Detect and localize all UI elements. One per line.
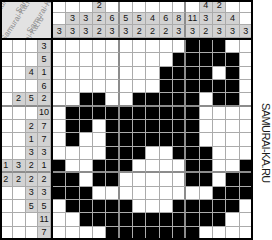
board-cell-empty[interactable] (160, 40, 173, 53)
board-cell-filled[interactable] (133, 93, 146, 106)
col-clue-cell: 2 (93, 0, 106, 13)
board-cell-filled[interactable] (106, 173, 119, 186)
board-cell-filled[interactable] (146, 107, 159, 120)
board-cell-filled[interactable] (66, 200, 79, 213)
board-cell-empty[interactable] (133, 80, 146, 93)
board-cell-empty[interactable] (240, 67, 253, 80)
board-cell-empty[interactable] (120, 187, 133, 200)
board-cell-empty[interactable] (66, 80, 79, 93)
col-clue-cell: 3 (66, 13, 79, 26)
board-cell-empty[interactable] (226, 40, 239, 53)
row-clue-cell (26, 53, 39, 66)
board-cell-filled[interactable] (226, 67, 239, 80)
board-cell-filled[interactable] (106, 213, 119, 226)
row-clue-cell: 1 (38, 67, 51, 80)
board-cell-empty[interactable] (213, 120, 226, 133)
board-cell-empty[interactable] (146, 147, 159, 160)
board-cell-filled[interactable] (186, 227, 199, 240)
row-clue-cell (13, 80, 26, 93)
board-cell-empty[interactable] (93, 80, 106, 93)
board-cell-empty[interactable] (146, 187, 159, 200)
board-cell-filled[interactable] (93, 213, 106, 226)
col-clue-cell (240, 0, 253, 13)
board-cell-empty[interactable] (133, 200, 146, 213)
board-cell-empty[interactable] (66, 160, 79, 173)
board-cell-filled[interactable] (200, 147, 213, 160)
board-cell-filled[interactable] (186, 147, 199, 160)
row-clue-cell: 11 (38, 213, 51, 226)
board-cell-empty[interactable] (80, 173, 93, 186)
board-cell-empty[interactable] (53, 67, 66, 80)
board-cell-filled[interactable] (213, 213, 226, 226)
board-cell-empty[interactable] (240, 213, 253, 226)
row-clue-cell (13, 120, 26, 133)
board-cell-filled[interactable] (213, 53, 226, 66)
col-clue-cell: 2 (213, 0, 226, 13)
board-cell-filled[interactable] (133, 107, 146, 120)
board-cell-empty[interactable] (66, 40, 79, 53)
board-cell-filled[interactable] (160, 80, 173, 93)
col-clue-cell: 2 (133, 25, 146, 38)
board-cell-empty[interactable] (200, 187, 213, 200)
col-clue-cell: 2 (93, 25, 106, 38)
row-clue-cell (0, 147, 13, 160)
board-cell-empty[interactable] (146, 53, 159, 66)
board-cell-empty[interactable] (146, 200, 159, 213)
board-cell-filled[interactable] (66, 120, 79, 133)
board-cell-filled[interactable] (226, 173, 239, 186)
board-cell-empty[interactable] (200, 120, 213, 133)
col-clue-cell (160, 0, 173, 13)
board-cell-empty[interactable] (146, 173, 159, 186)
board-cell-filled[interactable] (186, 160, 199, 173)
board-cell-empty[interactable] (93, 40, 106, 53)
board-cell-empty[interactable] (240, 147, 253, 160)
board-cell-filled[interactable] (106, 133, 119, 146)
board-cell-empty[interactable] (146, 40, 159, 53)
board-cell-empty[interactable] (173, 40, 186, 53)
board-cell-empty[interactable] (160, 200, 173, 213)
board-cell-filled[interactable] (106, 227, 119, 240)
board-cell-empty[interactable] (240, 80, 253, 93)
row-clue-cell: 2 (38, 173, 51, 186)
board-cell-filled[interactable] (53, 160, 66, 173)
board-cell-empty[interactable] (53, 53, 66, 66)
board-cell-filled[interactable] (200, 67, 213, 80)
board-cell-filled[interactable] (240, 173, 253, 186)
board-cell-empty[interactable] (213, 160, 226, 173)
board-cell-empty[interactable] (80, 53, 93, 66)
board-cell-empty[interactable] (133, 67, 146, 80)
board-cell-empty[interactable] (240, 93, 253, 106)
row-clue-cell: 5 (38, 53, 51, 66)
board-cell-filled[interactable] (186, 53, 199, 66)
board-cell-filled[interactable] (173, 80, 186, 93)
board-cell-empty[interactable] (80, 40, 93, 53)
board-cell-empty[interactable] (240, 200, 253, 213)
row-clue-cell: 3 (38, 40, 51, 53)
row-clue-cell: 2 (26, 173, 39, 186)
row-clues: 3541625210271733132122223355117 (0, 40, 53, 240)
board-cell-empty[interactable] (226, 120, 239, 133)
board-cell-filled[interactable] (160, 67, 173, 80)
board-cell-filled[interactable] (80, 107, 93, 120)
board-cell-empty[interactable] (226, 227, 239, 240)
board-cell-empty[interactable] (93, 67, 106, 80)
board-cell-filled[interactable] (80, 93, 93, 106)
board-cell-empty[interactable] (53, 80, 66, 93)
col-clue-cell (186, 0, 199, 13)
col-clue-cell: 3 (106, 25, 119, 38)
board-cell-empty[interactable] (226, 160, 239, 173)
board-cell-filled[interactable] (213, 80, 226, 93)
board-cell-empty[interactable] (213, 173, 226, 186)
board-cell-filled[interactable] (226, 200, 239, 213)
board-cell-empty[interactable] (106, 80, 119, 93)
board-cell-filled[interactable] (106, 120, 119, 133)
row-clue-cell: 7 (38, 120, 51, 133)
board-cell-empty[interactable] (226, 147, 239, 160)
board-cell-empty[interactable] (93, 227, 106, 240)
board-cell-empty[interactable] (173, 173, 186, 186)
board-cell-empty[interactable] (80, 147, 93, 160)
board-cell-empty[interactable] (53, 107, 66, 120)
row-clue-cell (0, 67, 13, 80)
board-cell-empty[interactable] (133, 40, 146, 53)
board-cell-empty[interactable] (53, 227, 66, 240)
board-cell-filled[interactable] (200, 173, 213, 186)
board-cell-empty[interactable] (133, 187, 146, 200)
board-cell-empty[interactable] (240, 227, 253, 240)
board-cell-empty[interactable] (93, 53, 106, 66)
board-cell-empty[interactable] (160, 173, 173, 186)
column-clues: 24233265546811324333233222332333 (53, 0, 253, 40)
board-cell-filled[interactable] (106, 107, 119, 120)
board-cell-empty[interactable] (120, 80, 133, 93)
row-clue-cell (13, 133, 26, 146)
board-cell-empty[interactable] (133, 173, 146, 186)
board-cell-empty[interactable] (80, 67, 93, 80)
board-cell-empty[interactable] (106, 67, 119, 80)
row-clue-cell: 3 (26, 187, 39, 200)
row-clue-cell (26, 40, 39, 53)
board-cell-filled[interactable] (226, 53, 239, 66)
board-cell-filled[interactable] (120, 147, 133, 160)
col-clue-cell: 3 (53, 25, 66, 38)
col-clue-cell (53, 13, 66, 26)
board-cell-filled[interactable] (93, 200, 106, 213)
row-clue-cell: 1 (26, 133, 39, 146)
board-cell-filled[interactable] (200, 80, 213, 93)
board-cell-empty[interactable] (240, 107, 253, 120)
board-cell-filled[interactable] (186, 40, 199, 53)
board-cell-filled[interactable] (160, 107, 173, 120)
board-cell-empty[interactable] (80, 80, 93, 93)
board-cell-empty[interactable] (173, 160, 186, 173)
board-cell-filled[interactable] (93, 160, 106, 173)
row-clue-cell: 2 (38, 93, 51, 106)
board-cell-empty[interactable] (66, 147, 79, 160)
col-clue-cell: 8 (173, 13, 186, 26)
board-cell-empty[interactable] (120, 93, 133, 106)
board-cell-filled[interactable] (200, 40, 213, 53)
board-cell-empty[interactable] (160, 147, 173, 160)
board-cell-filled[interactable] (66, 187, 79, 200)
board-cell-empty[interactable] (213, 147, 226, 160)
board-cell-filled[interactable] (160, 93, 173, 106)
board-cell-filled[interactable] (120, 120, 133, 133)
board-cell-filled[interactable] (200, 160, 213, 173)
board-cell-filled[interactable] (240, 187, 253, 200)
row-clue-cell: 2 (26, 120, 39, 133)
row-clue-cell: 2 (0, 173, 13, 186)
board-cell-empty[interactable] (213, 67, 226, 80)
row-clue-cell: 6 (38, 80, 51, 93)
col-clue-cell: 2 (146, 25, 159, 38)
board-cell-empty[interactable] (66, 67, 79, 80)
board-cell-empty[interactable] (120, 173, 133, 186)
board-cell-empty[interactable] (66, 213, 79, 226)
row-clue-cell: 10 (38, 107, 51, 120)
row-clue-cell (13, 213, 26, 226)
board-cell-filled[interactable] (146, 227, 159, 240)
board-cell-empty[interactable] (133, 53, 146, 66)
col-clue-cell: 6 (160, 13, 173, 26)
row-clue-cell: 7 (38, 227, 51, 240)
board-cell-filled[interactable] (93, 107, 106, 120)
board-cell-filled[interactable] (226, 93, 239, 106)
board-cell-empty[interactable] (80, 160, 93, 173)
col-clue-cell (133, 0, 146, 13)
board-cell-filled[interactable] (173, 120, 186, 133)
board-cell-filled[interactable] (213, 93, 226, 106)
board-cell-empty[interactable] (66, 93, 79, 106)
board-cell-filled[interactable] (200, 53, 213, 66)
board-cell-empty[interactable] (200, 107, 213, 120)
board-cell-filled[interactable] (120, 200, 133, 213)
board-cell-filled[interactable] (120, 213, 133, 226)
board-cell-filled[interactable] (213, 200, 226, 213)
board-cell-filled[interactable] (213, 40, 226, 53)
col-clue-cell (53, 0, 66, 13)
board-cell-empty[interactable] (200, 133, 213, 146)
board-cell-empty[interactable] (213, 107, 226, 120)
watermark-corner: Samurai-Ka.ruSamurai-Ka.ruSamurai-Ka.ruS… (0, 0, 53, 40)
board-cell-filled[interactable] (106, 160, 119, 173)
col-clue-cell: 3 (240, 25, 253, 38)
board-cell-empty[interactable] (53, 93, 66, 106)
row-clue-cell (0, 107, 13, 120)
board-cell-empty[interactable] (120, 53, 133, 66)
nonogram-puzzle: Samurai-Ka.ruSamurai-Ka.ruSamurai-Ka.ruS… (0, 0, 272, 240)
board-cell-empty[interactable] (93, 133, 106, 146)
board-cell-filled[interactable] (80, 200, 93, 213)
board-cell-empty[interactable] (240, 133, 253, 146)
board-cell-filled[interactable] (133, 227, 146, 240)
row-clue-cell (13, 227, 26, 240)
col-clue-cell: 2 (160, 25, 173, 38)
board-cell-empty[interactable] (106, 187, 119, 200)
col-clue-cell: 11 (186, 13, 199, 26)
board-cell-filled[interactable] (66, 107, 79, 120)
row-clue-cell: 7 (38, 133, 51, 146)
board-cell-filled[interactable] (80, 187, 93, 200)
board-cell-empty[interactable] (173, 187, 186, 200)
col-clue-cell (240, 13, 253, 26)
col-clue-cell: 5 (133, 13, 146, 26)
row-clue-cell: 2 (26, 160, 39, 173)
board-cell-filled[interactable] (133, 120, 146, 133)
board-cell-filled[interactable] (173, 213, 186, 226)
board-cell-filled[interactable] (80, 120, 93, 133)
board-cell-empty[interactable] (133, 160, 146, 173)
board-cell-filled[interactable] (93, 93, 106, 106)
board-cell-filled[interactable] (226, 187, 239, 200)
board-cell-filled[interactable] (173, 133, 186, 146)
board-cell-empty[interactable] (186, 187, 199, 200)
row-clue-cell (13, 187, 26, 200)
row-clue-cell (13, 200, 26, 213)
row-clue-cell: 3 (38, 147, 51, 160)
board-cell-empty[interactable] (53, 147, 66, 160)
board-cell-filled[interactable] (173, 227, 186, 240)
board-cell-empty[interactable] (146, 80, 159, 93)
board-cell-empty[interactable] (80, 133, 93, 146)
board-cell-empty[interactable] (146, 67, 159, 80)
board-cell-filled[interactable] (120, 227, 133, 240)
row-clue-cell (0, 40, 13, 53)
board-cell-filled[interactable] (80, 213, 93, 226)
board-cell-filled[interactable] (186, 120, 199, 133)
board-cell-empty[interactable] (53, 40, 66, 53)
board-cell-filled[interactable] (186, 67, 199, 80)
board-cell-filled[interactable] (200, 200, 213, 213)
board-cell-filled[interactable] (160, 133, 173, 146)
row-clue-cell (0, 53, 13, 66)
board-cell-filled[interactable] (173, 147, 186, 160)
board-cell-empty[interactable] (106, 53, 119, 66)
board-cell-filled[interactable] (146, 93, 159, 106)
col-clue-cell: 4 (146, 13, 159, 26)
board-cell-empty[interactable] (226, 213, 239, 226)
board-cell-filled[interactable] (226, 80, 239, 93)
board-cell-filled[interactable] (186, 133, 199, 146)
board-cell-empty[interactable] (93, 187, 106, 200)
board-cell-empty[interactable] (93, 147, 106, 160)
board-cell-filled[interactable] (173, 67, 186, 80)
board-cell-empty[interactable] (106, 40, 119, 53)
board-cell-empty[interactable] (53, 120, 66, 133)
board-cell-empty[interactable] (213, 133, 226, 146)
board-cell-empty[interactable] (53, 213, 66, 226)
board-cell-empty[interactable] (200, 93, 213, 106)
board-cell-filled[interactable] (160, 213, 173, 226)
board-cell-filled[interactable] (120, 133, 133, 146)
col-clue-cell: 3 (80, 13, 93, 26)
board-cell-filled[interactable] (186, 93, 199, 106)
board-cell-empty[interactable] (66, 227, 79, 240)
col-clue-cell: 3 (226, 25, 239, 38)
board-cell-empty[interactable] (53, 133, 66, 146)
board-cell-filled[interactable] (173, 200, 186, 213)
board-cell-empty[interactable] (160, 160, 173, 173)
board-cell-filled[interactable] (173, 107, 186, 120)
row-clue-cell: 4 (26, 67, 39, 80)
col-clue-cell: 3 (80, 25, 93, 38)
board-cell-filled[interactable] (173, 53, 186, 66)
row-clue-cell (26, 213, 39, 226)
col-clue-cell: 2 (200, 25, 213, 38)
board-cell-filled[interactable] (66, 133, 79, 146)
board-cell-filled[interactable] (160, 120, 173, 133)
board-cell-empty[interactable] (160, 53, 173, 66)
board-cell-filled[interactable] (213, 187, 226, 200)
board-cell-empty[interactable] (66, 53, 79, 66)
board-cell-empty[interactable] (240, 120, 253, 133)
board-cell-empty[interactable] (93, 120, 106, 133)
board-cell-empty[interactable] (240, 40, 253, 53)
board-cell-filled[interactable] (173, 93, 186, 106)
row-clue-cell (13, 40, 26, 53)
board-cell-filled[interactable] (93, 173, 106, 186)
row-clue-cell (13, 107, 26, 120)
board-cell-filled[interactable] (200, 213, 213, 226)
row-clue-cell (0, 93, 13, 106)
board-cell-empty[interactable] (226, 107, 239, 120)
board-cell-filled[interactable] (106, 200, 119, 213)
board-cell-filled[interactable] (186, 200, 199, 213)
row-clue-cell (0, 200, 13, 213)
board-cell-filled[interactable] (133, 133, 146, 146)
board-cell-empty[interactable] (200, 227, 213, 240)
board-cell-empty[interactable] (53, 200, 66, 213)
board-cell-empty[interactable] (160, 187, 173, 200)
puzzle-board (53, 40, 253, 240)
board-cell-filled[interactable] (53, 187, 66, 200)
board-cell-filled[interactable] (66, 173, 79, 186)
board-cell-filled[interactable] (133, 213, 146, 226)
board-cell-filled[interactable] (133, 147, 146, 160)
row-clue-cell: 3 (38, 187, 51, 200)
board-cell-empty[interactable] (226, 133, 239, 146)
board-cell-empty[interactable] (213, 227, 226, 240)
board-cell-empty[interactable] (80, 227, 93, 240)
row-clue-cell: 5 (26, 200, 39, 213)
puzzle-area: Samurai-Ka.ruSamurai-Ka.ruSamurai-Ka.ruS… (0, 0, 253, 240)
board-cell-filled[interactable] (240, 160, 253, 173)
board-cell-filled[interactable] (146, 120, 159, 133)
board-cell-empty[interactable] (146, 160, 159, 173)
board-cell-filled[interactable] (186, 173, 199, 186)
board-cell-filled[interactable] (146, 213, 159, 226)
board-cell-filled[interactable] (120, 107, 133, 120)
col-clue-cell (173, 0, 186, 13)
board-cell-filled[interactable] (186, 213, 199, 226)
board-cell-filled[interactable] (106, 147, 119, 160)
row-clue-cell (0, 133, 13, 146)
board-cell-empty[interactable] (106, 93, 119, 106)
board-cell-empty[interactable] (240, 53, 253, 66)
board-cell-filled[interactable] (146, 133, 159, 146)
board-cell-filled[interactable] (186, 107, 199, 120)
row-clue-cell (0, 120, 13, 133)
board-cell-empty[interactable] (120, 40, 133, 53)
board-cell-filled[interactable] (186, 80, 199, 93)
board-cell-empty[interactable] (120, 67, 133, 80)
board-cell-filled[interactable] (53, 173, 66, 186)
board-cell-filled[interactable] (160, 227, 173, 240)
board-cell-filled[interactable] (120, 160, 133, 173)
